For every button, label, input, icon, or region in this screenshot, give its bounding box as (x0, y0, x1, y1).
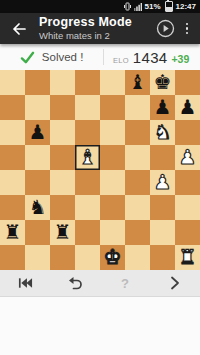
piece-black-bishop[interactable]: ♝ (125, 70, 150, 95)
square-b6[interactable]: ♟ (25, 120, 50, 145)
chevron-right-icon (170, 276, 180, 290)
square-h3[interactable] (175, 195, 200, 220)
piece-black-pawn[interactable]: ♟ (175, 95, 200, 120)
square-c8[interactable] (50, 70, 75, 95)
square-e5[interactable] (100, 145, 125, 170)
square-e1[interactable]: ♚ (100, 245, 125, 270)
battery-percent: 51% (145, 2, 161, 11)
play-icon (156, 19, 175, 38)
undo-move-button[interactable] (58, 272, 92, 294)
square-a1[interactable] (0, 245, 25, 270)
square-c2[interactable]: ♜ (50, 220, 75, 245)
square-g3[interactable] (150, 195, 175, 220)
square-f3[interactable] (125, 195, 150, 220)
elo-value: 1434 (133, 49, 168, 66)
square-e8[interactable] (100, 70, 125, 95)
square-h7[interactable]: ♟ (175, 95, 200, 120)
square-d7[interactable] (75, 95, 100, 120)
overflow-menu-button[interactable] (180, 18, 194, 40)
square-b4[interactable] (25, 170, 50, 195)
square-c3[interactable] (50, 195, 75, 220)
square-f1[interactable] (125, 245, 150, 270)
piece-white-pawn[interactable]: ♟ (175, 145, 200, 170)
piece-black-king[interactable]: ♚ (150, 70, 175, 95)
square-f8[interactable]: ♝ (125, 70, 150, 95)
square-h6[interactable] (175, 120, 200, 145)
app-window: 51% 12:47 Progress Mode White mates in 2… (0, 0, 200, 355)
hint-question-mark: ? (121, 276, 129, 291)
square-a4[interactable] (0, 170, 25, 195)
piece-black-rook[interactable]: ♜ (0, 220, 25, 245)
signal-icon (134, 2, 142, 11)
play-button[interactable] (154, 18, 176, 40)
back-button[interactable] (8, 18, 30, 40)
square-d2[interactable] (75, 220, 100, 245)
back-arrow-icon (12, 23, 26, 35)
square-g5[interactable] (150, 145, 175, 170)
header-titles: Progress Mode White mates in 2 (30, 16, 154, 40)
square-b8[interactable] (25, 70, 50, 95)
check-icon (20, 51, 35, 64)
square-e6[interactable] (100, 120, 125, 145)
square-e2[interactable] (100, 220, 125, 245)
square-e7[interactable] (100, 95, 125, 120)
square-g6[interactable]: ♞ (150, 120, 175, 145)
next-puzzle-button[interactable] (158, 272, 192, 294)
square-h5[interactable]: ♟ (175, 145, 200, 170)
square-b1[interactable] (25, 245, 50, 270)
piece-black-pawn[interactable]: ♟ (25, 120, 50, 145)
rewind-icon (18, 277, 33, 289)
undo-icon (67, 276, 83, 290)
square-d5[interactable]: ♝ (75, 145, 100, 170)
rating-group: ELO 1434 +39 (104, 49, 200, 66)
square-h4[interactable] (175, 170, 200, 195)
square-d6[interactable] (75, 120, 100, 145)
chess-board: ♝♚♟♟♟♞♝♟♟♞♜♜♚♜ (0, 70, 200, 270)
square-a3[interactable] (0, 195, 25, 220)
clock-text: 12:47 (176, 2, 196, 11)
page-title: Progress Mode (39, 16, 154, 29)
square-d1[interactable] (75, 245, 100, 270)
square-d3[interactable] (75, 195, 100, 220)
piece-black-pawn[interactable]: ♟ (150, 95, 175, 120)
square-c4[interactable] (50, 170, 75, 195)
rewind-to-start-button[interactable] (8, 272, 42, 294)
square-b3[interactable]: ♞ (25, 195, 50, 220)
piece-white-king[interactable]: ♚ (100, 245, 125, 270)
square-a6[interactable] (0, 120, 25, 145)
square-g7[interactable]: ♟ (150, 95, 175, 120)
status-bar: 51% 12:47 (0, 0, 200, 13)
square-h8[interactable] (175, 70, 200, 95)
square-c6[interactable] (50, 120, 75, 145)
square-d4[interactable] (75, 170, 100, 195)
square-b5[interactable] (25, 145, 50, 170)
piece-black-rook[interactable]: ♜ (50, 220, 75, 245)
square-g8[interactable]: ♚ (150, 70, 175, 95)
square-g4[interactable]: ♟ (150, 170, 175, 195)
piece-white-bishop[interactable]: ♝ (75, 145, 100, 170)
battery-icon (165, 1, 173, 12)
square-f7[interactable] (125, 95, 150, 120)
square-e4[interactable] (100, 170, 125, 195)
square-a2[interactable]: ♜ (0, 220, 25, 245)
result-bar: Solved ! ELO 1434 +39 (0, 44, 200, 70)
square-a8[interactable] (0, 70, 25, 95)
square-f6[interactable] (125, 120, 150, 145)
square-c1[interactable] (50, 245, 75, 270)
bottom-toolbar: ? (0, 270, 200, 297)
piece-black-knight[interactable]: ♞ (25, 195, 50, 220)
hint-button[interactable]: ? (108, 272, 142, 294)
square-f5[interactable] (125, 145, 150, 170)
square-b2[interactable] (25, 220, 50, 245)
square-f2[interactable] (125, 220, 150, 245)
square-e3[interactable] (100, 195, 125, 220)
puzzle-goal: White mates in 2 (39, 31, 154, 41)
square-f4[interactable] (125, 170, 150, 195)
square-b7[interactable] (25, 95, 50, 120)
square-a7[interactable] (0, 95, 25, 120)
piece-white-pawn[interactable]: ♟ (150, 170, 175, 195)
empty-footer (0, 297, 200, 355)
solved-text: Solved ! (42, 51, 84, 63)
square-h2[interactable] (175, 220, 200, 245)
square-d8[interactable] (75, 70, 100, 95)
square-c5[interactable] (50, 145, 75, 170)
app-header: Progress Mode White mates in 2 (0, 13, 200, 44)
vibrate-icon (124, 2, 131, 11)
piece-white-rook[interactable]: ♜ (175, 245, 200, 270)
solved-status: Solved ! (0, 51, 103, 64)
elo-label: ELO (113, 56, 129, 65)
square-g1[interactable] (150, 245, 175, 270)
square-c7[interactable] (50, 95, 75, 120)
piece-white-knight[interactable]: ♞ (150, 120, 175, 145)
square-a5[interactable] (0, 145, 25, 170)
square-h1[interactable]: ♜ (175, 245, 200, 270)
elo-delta: +39 (171, 53, 189, 65)
square-g2[interactable] (150, 220, 175, 245)
